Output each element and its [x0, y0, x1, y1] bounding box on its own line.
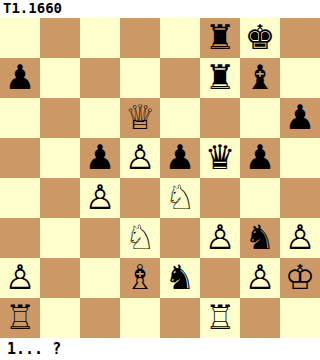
square-h8[interactable] — [280, 18, 320, 58]
square-f4[interactable] — [200, 178, 240, 218]
square-f1[interactable]: ♖ — [200, 298, 240, 338]
square-a3[interactable] — [0, 218, 40, 258]
square-a6[interactable] — [0, 98, 40, 138]
square-h5[interactable] — [280, 138, 320, 178]
black-pawn: ♟ — [85, 138, 115, 177]
square-h1[interactable] — [280, 298, 320, 338]
white-pawn: ♙ — [205, 218, 235, 257]
black-pawn: ♟ — [165, 138, 195, 177]
square-h6[interactable]: ♟ — [280, 98, 320, 138]
square-b7[interactable] — [40, 58, 80, 98]
square-f7[interactable]: ♜ — [200, 58, 240, 98]
square-d1[interactable] — [120, 298, 160, 338]
white-knight: ♘ — [125, 218, 155, 257]
square-c6[interactable] — [80, 98, 120, 138]
square-e8[interactable] — [160, 18, 200, 58]
square-d7[interactable] — [120, 58, 160, 98]
white-pawn: ♙ — [5, 258, 35, 297]
chess-board: ♜♚♟♜♝♕♟♟♙♟♛♟♙♘♘♙♞♙♙♗♞♙♔♖♖ — [0, 18, 320, 338]
square-b3[interactable] — [40, 218, 80, 258]
white-pawn: ♙ — [85, 178, 115, 217]
black-rook: ♜ — [205, 18, 235, 57]
square-c2[interactable] — [80, 258, 120, 298]
square-d6[interactable]: ♕ — [120, 98, 160, 138]
square-e1[interactable] — [160, 298, 200, 338]
square-c5[interactable]: ♟ — [80, 138, 120, 178]
square-c8[interactable] — [80, 18, 120, 58]
black-queen: ♛ — [205, 138, 235, 177]
white-pawn: ♙ — [285, 218, 315, 257]
square-f2[interactable] — [200, 258, 240, 298]
square-d4[interactable] — [120, 178, 160, 218]
move-prompt: 1... ? — [0, 338, 320, 360]
black-rook: ♜ — [205, 58, 235, 97]
white-pawn: ♙ — [245, 258, 275, 297]
square-e5[interactable]: ♟ — [160, 138, 200, 178]
black-bishop: ♝ — [245, 58, 275, 97]
square-g3[interactable]: ♞ — [240, 218, 280, 258]
square-f6[interactable] — [200, 98, 240, 138]
square-b4[interactable] — [40, 178, 80, 218]
square-f3[interactable]: ♙ — [200, 218, 240, 258]
square-e2[interactable]: ♞ — [160, 258, 200, 298]
white-pawn: ♙ — [125, 138, 155, 177]
square-b6[interactable] — [40, 98, 80, 138]
square-b5[interactable] — [40, 138, 80, 178]
square-e4[interactable]: ♘ — [160, 178, 200, 218]
square-b2[interactable] — [40, 258, 80, 298]
square-e7[interactable] — [160, 58, 200, 98]
square-g5[interactable]: ♟ — [240, 138, 280, 178]
white-rook: ♖ — [205, 298, 235, 337]
puzzle-title: T1.1660 — [0, 0, 320, 18]
square-e6[interactable] — [160, 98, 200, 138]
square-d3[interactable]: ♘ — [120, 218, 160, 258]
square-h2[interactable]: ♔ — [280, 258, 320, 298]
square-g4[interactable] — [240, 178, 280, 218]
square-a5[interactable] — [0, 138, 40, 178]
square-h4[interactable] — [280, 178, 320, 218]
square-a4[interactable] — [0, 178, 40, 218]
square-g8[interactable]: ♚ — [240, 18, 280, 58]
white-bishop: ♗ — [125, 258, 155, 297]
square-g1[interactable] — [240, 298, 280, 338]
square-b8[interactable] — [40, 18, 80, 58]
square-g2[interactable]: ♙ — [240, 258, 280, 298]
square-a2[interactable]: ♙ — [0, 258, 40, 298]
square-c7[interactable] — [80, 58, 120, 98]
square-c3[interactable] — [80, 218, 120, 258]
black-pawn: ♟ — [245, 138, 275, 177]
square-a8[interactable] — [0, 18, 40, 58]
white-rook: ♖ — [5, 298, 35, 337]
square-b1[interactable] — [40, 298, 80, 338]
square-d8[interactable] — [120, 18, 160, 58]
square-d5[interactable]: ♙ — [120, 138, 160, 178]
white-king: ♔ — [285, 258, 315, 297]
square-a7[interactable]: ♟ — [0, 58, 40, 98]
square-h7[interactable] — [280, 58, 320, 98]
square-h3[interactable]: ♙ — [280, 218, 320, 258]
square-c4[interactable]: ♙ — [80, 178, 120, 218]
square-g6[interactable] — [240, 98, 280, 138]
chess-puzzle-app: T1.1660 ♜♚♟♜♝♕♟♟♙♟♛♟♙♘♘♙♞♙♙♗♞♙♔♖♖ 1... ? — [0, 0, 320, 360]
square-d2[interactable]: ♗ — [120, 258, 160, 298]
square-a1[interactable]: ♖ — [0, 298, 40, 338]
black-pawn: ♟ — [5, 58, 35, 97]
white-knight: ♘ — [165, 178, 195, 217]
black-king: ♚ — [245, 18, 275, 57]
square-f8[interactable]: ♜ — [200, 18, 240, 58]
square-c1[interactable] — [80, 298, 120, 338]
black-knight: ♞ — [245, 218, 275, 257]
black-knight: ♞ — [165, 258, 195, 297]
square-g7[interactable]: ♝ — [240, 58, 280, 98]
square-f5[interactable]: ♛ — [200, 138, 240, 178]
black-pawn: ♟ — [285, 98, 315, 137]
square-e3[interactable] — [160, 218, 200, 258]
white-queen: ♕ — [125, 98, 155, 137]
